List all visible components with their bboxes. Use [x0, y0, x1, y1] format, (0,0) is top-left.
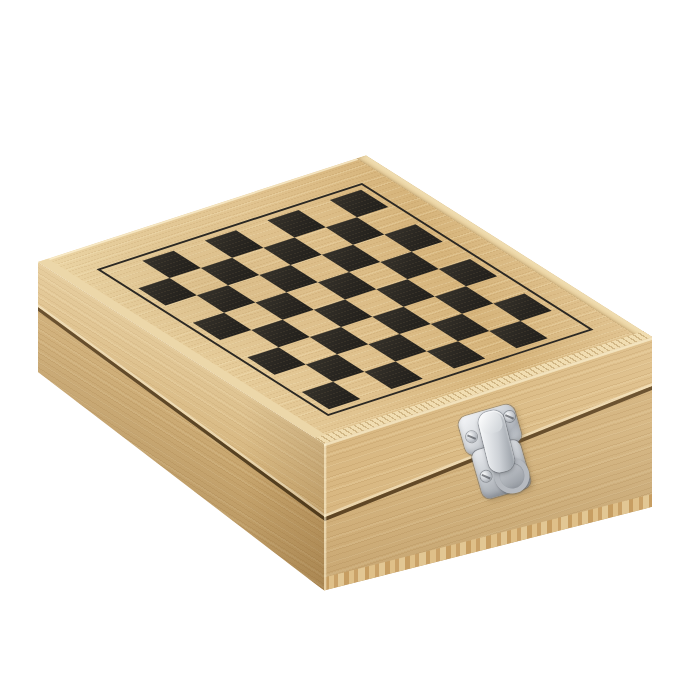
corner-edge-highlight: [324, 443, 326, 624]
page-background: [0, 0, 700, 700]
